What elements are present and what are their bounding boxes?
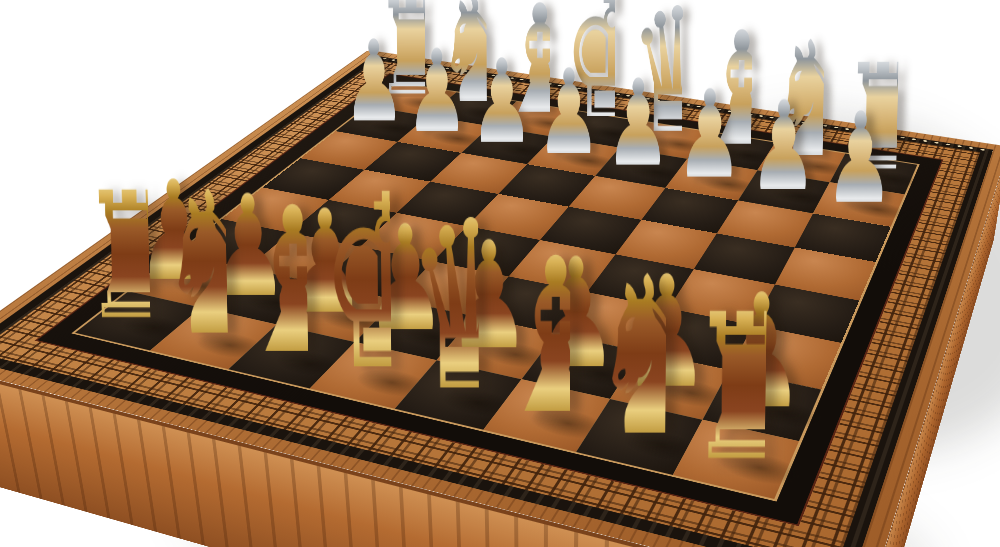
- piece-black-knight-b8[interactable]: ♞: [590, 256, 667, 457]
- board-case-assembly: ♜♞♝♚♛♝♞♜♟♟♟♟♟♟♟♟♟♟♟♟♟♟♟♟♜♞♝♚♛♝♞♜: [0, 50, 1000, 547]
- piece-black-rook-a8[interactable]: ♜: [687, 296, 767, 481]
- piece-black-king-e8[interactable]: ♚: [318, 172, 391, 393]
- piece-black-queen-d8[interactable]: ♛: [405, 199, 479, 414]
- piece-black-rook-h8[interactable]: ♜: [80, 177, 151, 337]
- piece-black-bishop-c8[interactable]: ♝: [496, 238, 571, 435]
- piece-black-knight-g8[interactable]: ♞: [156, 173, 228, 355]
- piece-black-bishop-f8[interactable]: ♝: [236, 189, 308, 374]
- chess-set-photo: ♜♞♝♚♛♝♞♜♟♟♟♟♟♟♟♟♟♟♟♟♟♟♟♟♜♞♝♚♛♝♞♜: [0, 0, 1000, 547]
